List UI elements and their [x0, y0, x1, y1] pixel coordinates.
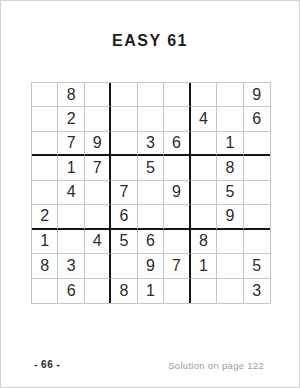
- cell-r9c4[interactable]: 8: [111, 279, 137, 303]
- cell-r5c4[interactable]: 7: [111, 181, 137, 205]
- cell-r6c6[interactable]: [164, 205, 190, 229]
- cell-r8c9[interactable]: 5: [244, 254, 270, 278]
- cell-r4c4[interactable]: [111, 156, 137, 180]
- cell-r1c2[interactable]: 8: [58, 83, 84, 107]
- cell-r7c5[interactable]: 6: [138, 230, 164, 254]
- cell-r9c6[interactable]: [164, 279, 190, 303]
- cell-r2c1[interactable]: [32, 107, 58, 131]
- cell-r8c1[interactable]: 8: [32, 254, 58, 278]
- cell-r8c3[interactable]: [85, 254, 111, 278]
- cell-r2c5[interactable]: [138, 107, 164, 131]
- cell-r5c3[interactable]: [85, 181, 111, 205]
- cell-r7c4[interactable]: 5: [111, 230, 137, 254]
- cell-r4c7[interactable]: [191, 156, 217, 180]
- cell-r8c2[interactable]: 3: [58, 254, 84, 278]
- cell-r6c7[interactable]: [191, 205, 217, 229]
- sudoku-board: 892467936117584795269145688397156813: [31, 82, 271, 304]
- cell-r7c3[interactable]: 4: [85, 230, 111, 254]
- puzzle-page: EASY 61 89246793611758479526914568839715…: [0, 0, 300, 388]
- cell-r9c1[interactable]: [32, 279, 58, 303]
- cell-r9c7[interactable]: [191, 279, 217, 303]
- cell-r6c4[interactable]: 6: [111, 205, 137, 229]
- cell-r5c2[interactable]: 4: [58, 181, 84, 205]
- cell-r9c5[interactable]: 1: [138, 279, 164, 303]
- cell-r2c4[interactable]: [111, 107, 137, 131]
- cell-r1c1[interactable]: [32, 83, 58, 107]
- cell-r7c2[interactable]: [58, 230, 84, 254]
- cell-r1c3[interactable]: [85, 83, 111, 107]
- cell-r7c6[interactable]: [164, 230, 190, 254]
- solution-reference: Solution on page 122: [168, 360, 264, 372]
- cell-r2c3[interactable]: [85, 107, 111, 131]
- cell-r2c8[interactable]: [217, 107, 243, 131]
- cell-r4c9[interactable]: [244, 156, 270, 180]
- cell-r8c4[interactable]: [111, 254, 137, 278]
- cell-r2c9[interactable]: 6: [244, 107, 270, 131]
- cell-r3c9[interactable]: [244, 132, 270, 156]
- cell-r8c5[interactable]: 9: [138, 254, 164, 278]
- cell-r3c3[interactable]: 9: [85, 132, 111, 156]
- cell-r8c7[interactable]: 1: [191, 254, 217, 278]
- cell-r7c7[interactable]: 8: [191, 230, 217, 254]
- cell-r4c1[interactable]: [32, 156, 58, 180]
- cell-r9c8[interactable]: [217, 279, 243, 303]
- cell-r9c9[interactable]: 3: [244, 279, 270, 303]
- cell-r3c5[interactable]: 3: [138, 132, 164, 156]
- cell-r4c3[interactable]: 7: [85, 156, 111, 180]
- cell-r6c9[interactable]: [244, 205, 270, 229]
- cell-r4c6[interactable]: [164, 156, 190, 180]
- cell-r1c9[interactable]: 9: [244, 83, 270, 107]
- cell-r1c4[interactable]: [111, 83, 137, 107]
- cell-r3c6[interactable]: 6: [164, 132, 190, 156]
- cell-r6c5[interactable]: [138, 205, 164, 229]
- cell-r1c8[interactable]: [217, 83, 243, 107]
- cell-r9c3[interactable]: [85, 279, 111, 303]
- cell-r8c6[interactable]: 7: [164, 254, 190, 278]
- cell-r3c1[interactable]: [32, 132, 58, 156]
- cell-r2c2[interactable]: 2: [58, 107, 84, 131]
- puzzle-title: EASY 61: [1, 32, 299, 50]
- cell-r3c4[interactable]: [111, 132, 137, 156]
- cell-r7c9[interactable]: [244, 230, 270, 254]
- cell-r6c3[interactable]: [85, 205, 111, 229]
- cell-r5c5[interactable]: [138, 181, 164, 205]
- cell-r4c5[interactable]: 5: [138, 156, 164, 180]
- cell-r6c8[interactable]: 9: [217, 205, 243, 229]
- cell-r1c6[interactable]: [164, 83, 190, 107]
- cell-r5c9[interactable]: [244, 181, 270, 205]
- cell-r3c7[interactable]: [191, 132, 217, 156]
- page-number: - 66 -: [34, 359, 60, 371]
- cell-r8c8[interactable]: [217, 254, 243, 278]
- cell-r2c6[interactable]: [164, 107, 190, 131]
- cell-r7c1[interactable]: 1: [32, 230, 58, 254]
- cell-r7c8[interactable]: [217, 230, 243, 254]
- cell-r1c5[interactable]: [138, 83, 164, 107]
- cell-r4c2[interactable]: 1: [58, 156, 84, 180]
- cell-r2c7[interactable]: 4: [191, 107, 217, 131]
- cell-r5c6[interactable]: 9: [164, 181, 190, 205]
- cell-r3c2[interactable]: 7: [58, 132, 84, 156]
- cell-r6c2[interactable]: [58, 205, 84, 229]
- cell-r6c1[interactable]: 2: [32, 205, 58, 229]
- cell-r5c8[interactable]: 5: [217, 181, 243, 205]
- cell-r1c7[interactable]: [191, 83, 217, 107]
- cell-r4c8[interactable]: 8: [217, 156, 243, 180]
- cell-r3c8[interactable]: 1: [217, 132, 243, 156]
- cell-r9c2[interactable]: 6: [58, 279, 84, 303]
- cell-r5c1[interactable]: [32, 181, 58, 205]
- cell-r5c7[interactable]: [191, 181, 217, 205]
